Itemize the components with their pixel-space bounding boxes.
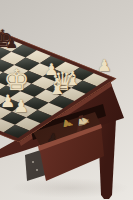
dark-pawn: ♟ bbox=[5, 36, 18, 50]
chess-table-photo: ♚♟♟♟♝♛♝♚♟♟ ♟♟♞ bbox=[0, 0, 133, 200]
white-bishop: ♝ bbox=[47, 76, 67, 98]
white-pawn: ♟ bbox=[13, 98, 28, 115]
pieces-layer: ♚♟♟♟♝♛♝♚♟♟ bbox=[0, 0, 133, 200]
white-pawn: ♟ bbox=[97, 58, 111, 74]
